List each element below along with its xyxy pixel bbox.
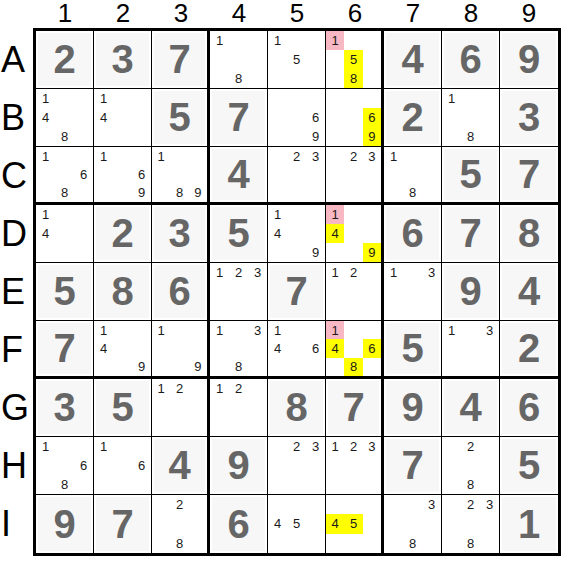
- solved-digit: 3: [38, 381, 91, 434]
- solved-digit: 9: [212, 439, 265, 492]
- candidate-empty: [189, 398, 207, 417]
- candidate-empty: [113, 147, 132, 165]
- candidate-empty: [344, 184, 362, 202]
- candidate-empty: [461, 108, 480, 127]
- candidate-empty: [384, 495, 403, 514]
- candidate-1: 1: [326, 437, 344, 456]
- candidate-empty: [268, 165, 287, 183]
- candidate-2: 2: [170, 379, 188, 398]
- candidate-2: 2: [287, 437, 306, 456]
- candidate-1: 1: [36, 147, 55, 165]
- candidate-empty: [306, 205, 325, 224]
- cell-D6[interactable]: 149: [326, 205, 384, 263]
- col-label-9: 9: [500, 0, 558, 28]
- cell-D5[interactable]: 149: [268, 205, 326, 263]
- candidate-empty: [403, 514, 422, 533]
- candidate-empty: [248, 398, 267, 417]
- pencilmarks: 16: [94, 437, 151, 494]
- solved-digit: 7: [154, 33, 205, 86]
- pencilmarks: 28: [152, 495, 207, 553]
- candidate-8: 8: [55, 184, 74, 202]
- candidate-empty: [189, 165, 207, 183]
- cell-I2[interactable]: 7: [94, 495, 152, 553]
- candidate-empty: [210, 358, 229, 376]
- pencilmarks: 45: [268, 495, 325, 553]
- candidate-2: 2: [344, 263, 362, 282]
- cell-D9[interactable]: 8: [500, 205, 558, 263]
- col-label-3: 3: [152, 0, 210, 28]
- cell-F6[interactable]: 1468: [326, 321, 384, 379]
- cell-I9[interactable]: 1: [500, 495, 558, 553]
- cell-C9[interactable]: 7: [500, 147, 558, 205]
- candidate-empty: [74, 89, 93, 108]
- cell-G4[interactable]: 12: [210, 379, 268, 437]
- candidate-empty: [74, 184, 93, 202]
- candidate-empty: [326, 184, 344, 202]
- candidate-empty: [403, 495, 422, 514]
- candidate-empty: [363, 50, 381, 69]
- candidate-8: 8: [344, 69, 362, 88]
- candidate-empty: [113, 89, 132, 108]
- cell-F1[interactable]: 7: [36, 321, 94, 379]
- candidate-empty: [384, 165, 403, 183]
- cell-C2[interactable]: 169: [94, 147, 152, 205]
- candidate-empty: [268, 127, 287, 146]
- candidate-empty: [287, 69, 306, 88]
- candidate-5: 5: [344, 514, 362, 533]
- cell-E5[interactable]: 7: [268, 263, 326, 321]
- cell-E2[interactable]: 8: [94, 263, 152, 321]
- candidate-empty: [74, 243, 93, 262]
- pencilmarks: 123: [326, 437, 381, 494]
- candidate-empty: [422, 514, 441, 533]
- candidate-empty: [442, 475, 461, 494]
- cell-G3[interactable]: 12: [152, 379, 210, 437]
- candidate-empty: [422, 282, 441, 301]
- candidate-empty: [326, 50, 344, 69]
- cell-C1[interactable]: 168: [36, 147, 94, 205]
- cell-E4[interactable]: 123: [210, 263, 268, 321]
- candidate-empty: [422, 184, 441, 202]
- candidate-empty: [152, 495, 170, 514]
- cell-A9[interactable]: 9: [500, 31, 558, 89]
- candidate-empty: [384, 184, 403, 202]
- candidate-empty: [326, 69, 344, 88]
- candidate-2: 2: [461, 495, 480, 514]
- candidate-empty: [480, 127, 499, 146]
- candidate-empty: [210, 69, 229, 88]
- cell-D8[interactable]: 7: [442, 205, 500, 263]
- candidate-2: 2: [287, 147, 306, 165]
- candidate-4: 4: [326, 224, 344, 243]
- pencilmarks: 13: [384, 263, 441, 320]
- cell-D2[interactable]: 2: [94, 205, 152, 263]
- cell-B6[interactable]: 69: [326, 89, 384, 147]
- candidate-empty: [152, 184, 170, 202]
- candidate-empty: [248, 358, 267, 376]
- candidate-1: 1: [152, 321, 170, 339]
- candidate-empty: [189, 321, 207, 339]
- candidate-empty: [363, 301, 381, 320]
- candidate-empty: [363, 89, 381, 108]
- candidate-5: 5: [287, 50, 306, 69]
- cell-C8[interactable]: 5: [442, 147, 500, 205]
- candidate-empty: [268, 495, 287, 514]
- candidate-3: 3: [306, 147, 325, 165]
- cell-H2[interactable]: 16: [94, 437, 152, 495]
- candidate-empty: [422, 147, 441, 165]
- pencilmarks: 18: [210, 31, 267, 88]
- candidate-8: 8: [55, 127, 74, 146]
- column-labels: 123456789: [36, 0, 567, 28]
- solved-digit: 2: [502, 323, 556, 374]
- sudoku-board: 2371815158469148145769692183168169189423…: [33, 28, 561, 556]
- candidate-empty: [36, 127, 55, 146]
- cell-G9[interactable]: 6: [500, 379, 558, 437]
- candidate-empty: [363, 534, 381, 553]
- cell-H3[interactable]: 4: [152, 437, 210, 495]
- cell-H9[interactable]: 5: [500, 437, 558, 495]
- candidate-empty: [363, 184, 381, 202]
- cell-C7[interactable]: 18: [384, 147, 442, 205]
- candidate-empty: [113, 456, 132, 475]
- candidate-empty: [306, 495, 325, 514]
- cell-E8[interactable]: 9: [442, 263, 500, 321]
- candidate-empty: [344, 456, 362, 475]
- cell-H7[interactable]: 7: [384, 437, 442, 495]
- candidate-1: 1: [442, 89, 461, 108]
- candidate-empty: [344, 108, 362, 127]
- solved-digit: 7: [386, 439, 439, 492]
- candidate-empty: [363, 321, 381, 339]
- candidate-empty: [113, 339, 132, 357]
- candidate-empty: [210, 50, 229, 69]
- cell-D7[interactable]: 6: [384, 205, 442, 263]
- candidate-empty: [306, 184, 325, 202]
- candidate-2: 2: [461, 437, 480, 456]
- cell-C6[interactable]: 23: [326, 147, 384, 205]
- candidate-9: 9: [189, 358, 207, 376]
- cell-A4[interactable]: 18: [210, 31, 268, 89]
- solved-digit: 4: [386, 33, 439, 86]
- solved-digit: 5: [444, 149, 497, 200]
- candidate-1: 1: [94, 147, 113, 165]
- cell-H8[interactable]: 28: [442, 437, 500, 495]
- candidate-empty: [287, 358, 306, 376]
- candidate-empty: [287, 108, 306, 127]
- cell-E3[interactable]: 6: [152, 263, 210, 321]
- candidate-empty: [461, 89, 480, 108]
- cell-F5[interactable]: 146: [268, 321, 326, 379]
- candidate-empty: [287, 495, 306, 514]
- cell-B3[interactable]: 5: [152, 89, 210, 147]
- candidate-empty: [210, 417, 229, 436]
- candidate-4: 4: [268, 514, 287, 533]
- candidate-empty: [132, 108, 151, 127]
- pencilmarks: 18: [384, 147, 441, 202]
- cell-H5[interactable]: 23: [268, 437, 326, 495]
- solved-digit: 6: [386, 207, 439, 260]
- cell-I7[interactable]: 38: [384, 495, 442, 553]
- pencilmarks: 238: [442, 495, 499, 553]
- candidate-2: 2: [344, 147, 362, 165]
- candidate-4: 4: [326, 339, 344, 357]
- solved-digit: 7: [444, 207, 497, 260]
- candidate-8: 8: [461, 475, 480, 494]
- cell-E6[interactable]: 12: [326, 263, 384, 321]
- candidate-empty: [384, 534, 403, 553]
- candidate-empty: [94, 456, 113, 475]
- candidate-9: 9: [132, 184, 151, 202]
- cell-A7[interactable]: 4: [384, 31, 442, 89]
- candidate-empty: [170, 339, 188, 357]
- solved-digit: 6: [502, 381, 556, 434]
- candidate-empty: [210, 398, 229, 417]
- candidate-empty: [210, 339, 229, 357]
- cell-G7[interactable]: 9: [384, 379, 442, 437]
- candidate-3: 3: [248, 321, 267, 339]
- candidate-empty: [132, 147, 151, 165]
- candidate-empty: [326, 456, 344, 475]
- candidate-1: 1: [442, 321, 461, 339]
- candidate-empty: [189, 417, 207, 436]
- candidate-9: 9: [306, 127, 325, 146]
- candidate-empty: [326, 147, 344, 165]
- candidate-empty: [74, 224, 93, 243]
- candidate-3: 3: [363, 147, 381, 165]
- candidate-8: 8: [229, 358, 248, 376]
- pencilmarks: 23: [326, 147, 381, 202]
- col-label-8: 8: [442, 0, 500, 28]
- candidate-empty: [326, 534, 344, 553]
- row-label-B: B: [0, 89, 33, 147]
- candidate-8: 8: [344, 358, 362, 376]
- candidate-empty: [268, 456, 287, 475]
- candidate-empty: [94, 184, 113, 202]
- candidate-empty: [344, 321, 362, 339]
- cell-F2[interactable]: 149: [94, 321, 152, 379]
- candidate-empty: [326, 165, 344, 183]
- candidate-empty: [480, 89, 499, 108]
- solved-digit: 9: [38, 497, 91, 551]
- candidate-empty: [268, 475, 287, 494]
- solved-digit: 5: [212, 207, 265, 260]
- candidate-1: 1: [268, 31, 287, 50]
- cell-C4[interactable]: 4: [210, 147, 268, 205]
- candidate-8: 8: [170, 534, 188, 553]
- cell-F9[interactable]: 2: [500, 321, 558, 379]
- candidate-empty: [480, 108, 499, 127]
- cell-A8[interactable]: 6: [442, 31, 500, 89]
- cell-I5[interactable]: 45: [268, 495, 326, 553]
- cell-F3[interactable]: 19: [152, 321, 210, 379]
- candidate-empty: [442, 495, 461, 514]
- candidate-empty: [229, 50, 248, 69]
- candidate-empty: [344, 282, 362, 301]
- candidate-empty: [287, 339, 306, 357]
- cell-A5[interactable]: 15: [268, 31, 326, 89]
- candidate-empty: [363, 456, 381, 475]
- cell-F8[interactable]: 13: [442, 321, 500, 379]
- candidate-empty: [326, 495, 344, 514]
- candidate-empty: [170, 358, 188, 376]
- cell-A1[interactable]: 2: [36, 31, 94, 89]
- candidate-empty: [306, 69, 325, 88]
- candidate-empty: [132, 437, 151, 456]
- solved-digit: 4: [212, 149, 265, 200]
- candidate-empty: [363, 263, 381, 282]
- candidate-1: 1: [268, 205, 287, 224]
- cell-G5[interactable]: 8: [268, 379, 326, 437]
- candidate-empty: [306, 224, 325, 243]
- cell-B7[interactable]: 2: [384, 89, 442, 147]
- cell-H1[interactable]: 168: [36, 437, 94, 495]
- solved-digit: 7: [328, 381, 379, 434]
- candidate-empty: [363, 31, 381, 50]
- cell-G8[interactable]: 4: [442, 379, 500, 437]
- candidate-1: 1: [326, 205, 344, 224]
- candidate-empty: [36, 243, 55, 262]
- cell-I1[interactable]: 9: [36, 495, 94, 553]
- candidate-1: 1: [36, 437, 55, 456]
- cell-H4[interactable]: 9: [210, 437, 268, 495]
- cell-A2[interactable]: 3: [94, 31, 152, 89]
- candidate-empty: [306, 165, 325, 183]
- candidate-empty: [248, 69, 267, 88]
- candidate-empty: [55, 224, 74, 243]
- cell-B4[interactable]: 7: [210, 89, 268, 147]
- solved-digit: 6: [444, 33, 497, 86]
- candidate-empty: [55, 89, 74, 108]
- cell-B9[interactable]: 3: [500, 89, 558, 147]
- candidate-empty: [113, 165, 132, 183]
- cell-I3[interactable]: 28: [152, 495, 210, 553]
- solved-digit: 2: [38, 33, 91, 86]
- candidate-empty: [480, 534, 499, 553]
- cell-C5[interactable]: 23: [268, 147, 326, 205]
- cell-E1[interactable]: 5: [36, 263, 94, 321]
- solved-digit: 4: [444, 381, 497, 434]
- cell-B1[interactable]: 148: [36, 89, 94, 147]
- candidate-empty: [132, 89, 151, 108]
- candidate-empty: [113, 437, 132, 456]
- candidate-3: 3: [422, 263, 441, 282]
- candidate-empty: [442, 127, 461, 146]
- candidate-4: 4: [268, 339, 287, 357]
- candidate-empty: [55, 147, 74, 165]
- cell-B5[interactable]: 69: [268, 89, 326, 147]
- solved-digit: 7: [96, 497, 149, 551]
- candidate-1: 1: [326, 321, 344, 339]
- cell-H6[interactable]: 123: [326, 437, 384, 495]
- candidate-empty: [442, 456, 461, 475]
- cell-F4[interactable]: 138: [210, 321, 268, 379]
- pencilmarks: 14: [36, 205, 93, 262]
- pencilmarks: 169: [94, 147, 151, 202]
- candidate-empty: [363, 165, 381, 183]
- pencilmarks: 12: [210, 379, 267, 436]
- candidate-empty: [189, 495, 207, 514]
- candidate-empty: [403, 282, 422, 301]
- cell-A3[interactable]: 7: [152, 31, 210, 89]
- cell-F7[interactable]: 5: [384, 321, 442, 379]
- cell-G2[interactable]: 5: [94, 379, 152, 437]
- candidate-4: 4: [268, 224, 287, 243]
- candidate-empty: [287, 31, 306, 50]
- cell-B2[interactable]: 14: [94, 89, 152, 147]
- cell-G6[interactable]: 7: [326, 379, 384, 437]
- candidate-empty: [363, 495, 381, 514]
- candidate-empty: [422, 301, 441, 320]
- pencilmarks: 38: [384, 495, 441, 553]
- candidate-empty: [268, 184, 287, 202]
- candidate-empty: [363, 205, 381, 224]
- candidate-empty: [287, 321, 306, 339]
- candidate-empty: [306, 534, 325, 553]
- candidate-empty: [287, 184, 306, 202]
- candidate-empty: [403, 165, 422, 183]
- candidate-9: 9: [363, 127, 381, 146]
- candidate-6: 6: [306, 339, 325, 357]
- candidate-empty: [36, 475, 55, 494]
- candidate-empty: [132, 127, 151, 146]
- candidate-3: 3: [248, 263, 267, 282]
- candidate-empty: [229, 321, 248, 339]
- candidate-8: 8: [229, 69, 248, 88]
- candidate-empty: [113, 127, 132, 146]
- pencilmarks: 45: [326, 495, 381, 553]
- cell-D3[interactable]: 3: [152, 205, 210, 263]
- candidate-3: 3: [422, 495, 441, 514]
- candidate-1: 1: [210, 379, 229, 398]
- pencilmarks: 148: [36, 89, 93, 146]
- cell-E9[interactable]: 4: [500, 263, 558, 321]
- candidate-empty: [268, 243, 287, 262]
- col-label-7: 7: [384, 0, 442, 28]
- candidate-empty: [189, 379, 207, 398]
- candidate-empty: [442, 514, 461, 533]
- candidate-empty: [152, 398, 170, 417]
- cell-B8[interactable]: 18: [442, 89, 500, 147]
- candidate-empty: [152, 534, 170, 553]
- candidate-8: 8: [170, 184, 188, 202]
- cell-D1[interactable]: 14: [36, 205, 94, 263]
- col-label-4: 4: [210, 0, 268, 28]
- col-label-2: 2: [94, 0, 152, 28]
- cell-E7[interactable]: 13: [384, 263, 442, 321]
- solved-digit: 8: [96, 265, 149, 318]
- candidate-empty: [132, 475, 151, 494]
- cell-G1[interactable]: 3: [36, 379, 94, 437]
- candidate-2: 2: [344, 437, 362, 456]
- candidate-empty: [94, 358, 113, 376]
- candidate-empty: [326, 108, 344, 127]
- cell-D4[interactable]: 5: [210, 205, 268, 263]
- cell-I6[interactable]: 45: [326, 495, 384, 553]
- candidate-empty: [170, 321, 188, 339]
- candidate-empty: [344, 165, 362, 183]
- cell-C3[interactable]: 189: [152, 147, 210, 205]
- cell-A6[interactable]: 158: [326, 31, 384, 89]
- candidate-empty: [248, 301, 267, 320]
- candidate-empty: [403, 263, 422, 282]
- pencilmarks: 13: [442, 321, 499, 376]
- cell-I4[interactable]: 6: [210, 495, 268, 553]
- row-labels: ABCDEFGHI: [0, 31, 33, 556]
- cell-I8[interactable]: 238: [442, 495, 500, 553]
- pencilmarks: 149: [326, 205, 381, 262]
- candidate-empty: [248, 339, 267, 357]
